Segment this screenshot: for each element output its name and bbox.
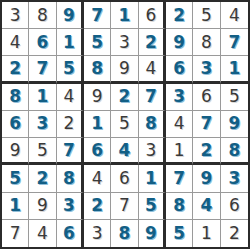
cell-r4c9[interactable]: 5 bbox=[221, 84, 248, 111]
cell-r1c6[interactable]: 6 bbox=[139, 2, 166, 29]
cell-r5c8[interactable]: 7 bbox=[193, 111, 220, 138]
cell-r9c7[interactable]: 5 bbox=[166, 220, 193, 247]
cell-r9c3[interactable]: 6 bbox=[57, 220, 84, 247]
cell-r6c7[interactable]: 1 bbox=[166, 138, 193, 165]
sudoku-board: 3897162544615329872758946318149273656321… bbox=[0, 0, 250, 249]
cell-r3c4[interactable]: 8 bbox=[84, 56, 111, 83]
cell-r8c6[interactable]: 5 bbox=[139, 193, 166, 220]
cell-r4c7[interactable]: 3 bbox=[166, 84, 193, 111]
cell-r6c8[interactable]: 2 bbox=[193, 138, 220, 165]
cell-r7c9[interactable]: 3 bbox=[221, 165, 248, 192]
cell-r1c4[interactable]: 7 bbox=[84, 2, 111, 29]
cell-r1c7[interactable]: 2 bbox=[166, 2, 193, 29]
cell-r8c1[interactable]: 1 bbox=[2, 193, 29, 220]
cell-r9c1[interactable]: 7 bbox=[2, 220, 29, 247]
cell-r5c5[interactable]: 5 bbox=[111, 111, 138, 138]
cell-r6c3[interactable]: 7 bbox=[57, 138, 84, 165]
cell-r4c3[interactable]: 4 bbox=[57, 84, 84, 111]
cell-r3c1[interactable]: 2 bbox=[2, 56, 29, 83]
cell-r4c5[interactable]: 2 bbox=[111, 84, 138, 111]
cell-r5c4[interactable]: 1 bbox=[84, 111, 111, 138]
cell-r7c7[interactable]: 7 bbox=[166, 165, 193, 192]
cell-r3c2[interactable]: 7 bbox=[29, 56, 56, 83]
cell-r5c3[interactable]: 2 bbox=[57, 111, 84, 138]
cell-r1c5[interactable]: 1 bbox=[111, 2, 138, 29]
cell-r9c2[interactable]: 4 bbox=[29, 220, 56, 247]
cell-r2c5[interactable]: 3 bbox=[111, 29, 138, 56]
cell-r4c1[interactable]: 8 bbox=[2, 84, 29, 111]
cell-r2c9[interactable]: 7 bbox=[221, 29, 248, 56]
cell-r3c6[interactable]: 4 bbox=[139, 56, 166, 83]
cell-r5c1[interactable]: 6 bbox=[2, 111, 29, 138]
cell-r6c2[interactable]: 5 bbox=[29, 138, 56, 165]
cell-r8c2[interactable]: 9 bbox=[29, 193, 56, 220]
cell-r9c8[interactable]: 1 bbox=[193, 220, 220, 247]
cell-r4c8[interactable]: 6 bbox=[193, 84, 220, 111]
cell-r6c6[interactable]: 3 bbox=[139, 138, 166, 165]
cell-r3c9[interactable]: 1 bbox=[221, 56, 248, 83]
cell-r8c5[interactable]: 7 bbox=[111, 193, 138, 220]
cell-r3c7[interactable]: 6 bbox=[166, 56, 193, 83]
cell-r9c4[interactable]: 3 bbox=[84, 220, 111, 247]
cell-r5c2[interactable]: 3 bbox=[29, 111, 56, 138]
cell-r9c6[interactable]: 9 bbox=[139, 220, 166, 247]
cell-r7c6[interactable]: 1 bbox=[139, 165, 166, 192]
cell-r7c3[interactable]: 8 bbox=[57, 165, 84, 192]
cell-r4c6[interactable]: 7 bbox=[139, 84, 166, 111]
cell-r2c8[interactable]: 8 bbox=[193, 29, 220, 56]
cell-r9c9[interactable]: 2 bbox=[221, 220, 248, 247]
cell-r1c2[interactable]: 8 bbox=[29, 2, 56, 29]
cell-r7c1[interactable]: 5 bbox=[2, 165, 29, 192]
cell-r5c9[interactable]: 9 bbox=[221, 111, 248, 138]
cell-r1c1[interactable]: 3 bbox=[2, 2, 29, 29]
cell-r7c4[interactable]: 4 bbox=[84, 165, 111, 192]
cell-r9c5[interactable]: 8 bbox=[111, 220, 138, 247]
cell-r2c6[interactable]: 2 bbox=[139, 29, 166, 56]
cell-r2c1[interactable]: 4 bbox=[2, 29, 29, 56]
cell-r2c4[interactable]: 5 bbox=[84, 29, 111, 56]
cell-r4c2[interactable]: 1 bbox=[29, 84, 56, 111]
cell-r1c3[interactable]: 9 bbox=[57, 2, 84, 29]
cell-r2c2[interactable]: 6 bbox=[29, 29, 56, 56]
cell-r7c5[interactable]: 6 bbox=[111, 165, 138, 192]
cell-r5c7[interactable]: 4 bbox=[166, 111, 193, 138]
cell-r1c9[interactable]: 4 bbox=[221, 2, 248, 29]
cell-r6c4[interactable]: 6 bbox=[84, 138, 111, 165]
cell-r2c7[interactable]: 9 bbox=[166, 29, 193, 56]
cell-r3c8[interactable]: 3 bbox=[193, 56, 220, 83]
cell-r4c4[interactable]: 9 bbox=[84, 84, 111, 111]
cell-r8c7[interactable]: 8 bbox=[166, 193, 193, 220]
cell-r1c8[interactable]: 5 bbox=[193, 2, 220, 29]
cell-r3c5[interactable]: 9 bbox=[111, 56, 138, 83]
cell-r5c6[interactable]: 8 bbox=[139, 111, 166, 138]
cell-r3c3[interactable]: 5 bbox=[57, 56, 84, 83]
cell-r6c9[interactable]: 8 bbox=[221, 138, 248, 165]
cell-r8c8[interactable]: 4 bbox=[193, 193, 220, 220]
cell-r8c4[interactable]: 2 bbox=[84, 193, 111, 220]
cell-r6c1[interactable]: 9 bbox=[2, 138, 29, 165]
cell-r6c5[interactable]: 4 bbox=[111, 138, 138, 165]
cell-r7c2[interactable]: 2 bbox=[29, 165, 56, 192]
cell-r8c9[interactable]: 6 bbox=[221, 193, 248, 220]
cell-r8c3[interactable]: 3 bbox=[57, 193, 84, 220]
cell-r2c3[interactable]: 1 bbox=[57, 29, 84, 56]
cell-r7c8[interactable]: 9 bbox=[193, 165, 220, 192]
